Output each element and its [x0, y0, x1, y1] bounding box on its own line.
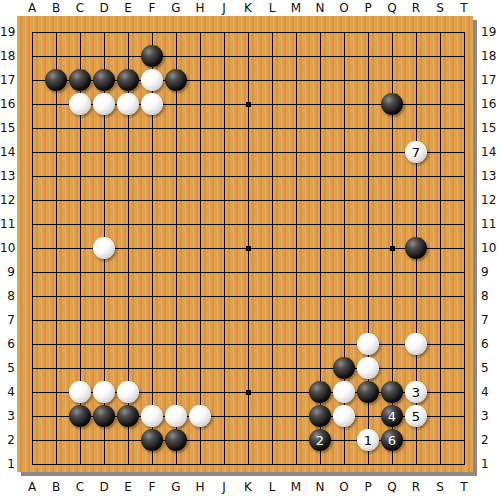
coord-letter-bottom: L: [260, 480, 284, 494]
move-number-label: 5: [412, 410, 420, 423]
coord-number-left: 12: [0, 193, 15, 207]
goban[interactable]: 4267351: [17, 16, 473, 472]
black-stone: [69, 405, 91, 427]
coord-letter-top: A: [20, 1, 44, 15]
coord-letter-top: L: [260, 1, 284, 15]
coord-number-right: 9: [481, 265, 500, 279]
move-number-label: 3: [412, 386, 420, 399]
coord-number-right: 15: [481, 121, 500, 135]
coord-number-right: 11: [481, 217, 500, 231]
coord-letter-top: G: [164, 1, 188, 15]
star-point: [246, 390, 251, 395]
coord-number-right: 13: [481, 169, 500, 183]
coord-letter-top: O: [332, 1, 356, 15]
coord-letter-bottom: B: [44, 480, 68, 494]
black-stone: [117, 69, 139, 91]
coord-letter-bottom: Q: [380, 480, 404, 494]
black-stone: [309, 381, 331, 403]
white-stone: [141, 69, 163, 91]
coord-letter-bottom: T: [452, 480, 476, 494]
move-number-label: 7: [412, 146, 420, 159]
coord-letter-top: R: [404, 1, 428, 15]
black-stone: [141, 45, 163, 67]
black-stone: 2: [309, 429, 331, 451]
coord-number-left: 8: [0, 289, 15, 303]
coord-number-left: 7: [0, 313, 15, 327]
coord-number-right: 1: [481, 457, 500, 471]
black-stone: [69, 69, 91, 91]
coord-letter-top: S: [428, 1, 452, 15]
go-diagram: 4267351 AABBCCDDEEFFGGHHJJKKLLMMNNOOPPQQ…: [0, 0, 500, 500]
coord-number-left: 5: [0, 361, 15, 375]
coord-letter-top: M: [284, 1, 308, 15]
coord-letter-top: Q: [380, 1, 404, 15]
coord-letter-top: F: [140, 1, 164, 15]
coord-letter-bottom: R: [404, 480, 428, 494]
black-stone: [309, 405, 331, 427]
white-stone: [69, 381, 91, 403]
white-stone: 1: [357, 429, 379, 451]
coord-letter-bottom: H: [188, 480, 212, 494]
white-stone: [141, 93, 163, 115]
white-stone: [141, 405, 163, 427]
black-stone: [381, 381, 403, 403]
coord-letter-bottom: D: [92, 480, 116, 494]
white-stone: [117, 381, 139, 403]
black-stone: [333, 357, 355, 379]
coord-letter-top: B: [44, 1, 68, 15]
coord-number-left: 15: [0, 121, 15, 135]
coord-letter-bottom: A: [20, 480, 44, 494]
coord-letter-top: T: [452, 1, 476, 15]
white-stone: [69, 93, 91, 115]
move-number-label: 1: [364, 434, 372, 447]
coord-letter-bottom: M: [284, 480, 308, 494]
black-stone: [93, 69, 115, 91]
coord-number-right: 3: [481, 409, 500, 423]
star-point: [390, 246, 395, 251]
white-stone: [93, 381, 115, 403]
coord-number-left: 4: [0, 385, 15, 399]
coord-number-right: 18: [481, 49, 500, 63]
coord-number-right: 7: [481, 313, 500, 327]
white-stone: [357, 357, 379, 379]
coord-letter-top: H: [188, 1, 212, 15]
coord-number-left: 10: [0, 241, 15, 255]
white-stone: [117, 93, 139, 115]
white-stone: [189, 405, 211, 427]
coord-number-left: 16: [0, 97, 15, 111]
coord-letter-bottom: S: [428, 480, 452, 494]
coord-number-right: 4: [481, 385, 500, 399]
move-number-label: 4: [388, 410, 396, 423]
coord-number-left: 18: [0, 49, 15, 63]
coord-number-right: 10: [481, 241, 500, 255]
coord-letter-bottom: P: [356, 480, 380, 494]
coord-number-right: 12: [481, 193, 500, 207]
coord-letter-bottom: G: [164, 480, 188, 494]
black-stone: [165, 69, 187, 91]
stones-grid: 4267351: [20, 20, 476, 476]
coord-letter-bottom: J: [212, 480, 236, 494]
coord-number-left: 6: [0, 337, 15, 351]
black-stone: 4: [381, 405, 403, 427]
coord-letter-top: D: [92, 1, 116, 15]
coord-number-left: 14: [0, 145, 15, 159]
coord-letter-top: N: [308, 1, 332, 15]
star-point: [246, 246, 251, 251]
coord-number-right: 8: [481, 289, 500, 303]
coord-letter-top: K: [236, 1, 260, 15]
coord-number-right: 6: [481, 337, 500, 351]
black-stone: 6: [381, 429, 403, 451]
coord-letter-top: P: [356, 1, 380, 15]
coord-number-left: 17: [0, 73, 15, 87]
black-stone: [117, 405, 139, 427]
coord-number-left: 13: [0, 169, 15, 183]
coord-letter-top: C: [68, 1, 92, 15]
white-stone: [333, 381, 355, 403]
coord-number-left: 2: [0, 433, 15, 447]
white-stone: 5: [405, 405, 427, 427]
coord-letter-top: J: [212, 1, 236, 15]
coord-number-left: 9: [0, 265, 15, 279]
white-stone: 3: [405, 381, 427, 403]
coord-number-right: 5: [481, 361, 500, 375]
coord-letter-bottom: E: [116, 480, 140, 494]
white-stone: [93, 93, 115, 115]
coord-number-left: 1: [0, 457, 15, 471]
star-point: [246, 102, 251, 107]
white-stone: [165, 405, 187, 427]
coord-number-left: 19: [0, 25, 15, 39]
white-stone: [357, 333, 379, 355]
white-stone: [333, 405, 355, 427]
coord-number-right: 17: [481, 73, 500, 87]
black-stone: [405, 237, 427, 259]
white-stone: [93, 237, 115, 259]
coord-letter-top: E: [116, 1, 140, 15]
coord-number-left: 3: [0, 409, 15, 423]
coord-letter-bottom: C: [68, 480, 92, 494]
coord-number-right: 2: [481, 433, 500, 447]
coord-number-right: 14: [481, 145, 500, 159]
black-stone: [93, 405, 115, 427]
coord-number-right: 16: [481, 97, 500, 111]
coord-number-right: 19: [481, 25, 500, 39]
black-stone: [141, 429, 163, 451]
move-number-label: 6: [388, 434, 396, 447]
move-number-label: 2: [316, 434, 324, 447]
coord-letter-bottom: O: [332, 480, 356, 494]
coord-letter-bottom: K: [236, 480, 260, 494]
coord-number-left: 11: [0, 217, 15, 231]
black-stone: [45, 69, 67, 91]
coord-letter-bottom: F: [140, 480, 164, 494]
white-stone: 7: [405, 141, 427, 163]
white-stone: [405, 333, 427, 355]
black-stone: [381, 93, 403, 115]
coord-letter-bottom: N: [308, 480, 332, 494]
black-stone: [357, 381, 379, 403]
black-stone: [165, 429, 187, 451]
